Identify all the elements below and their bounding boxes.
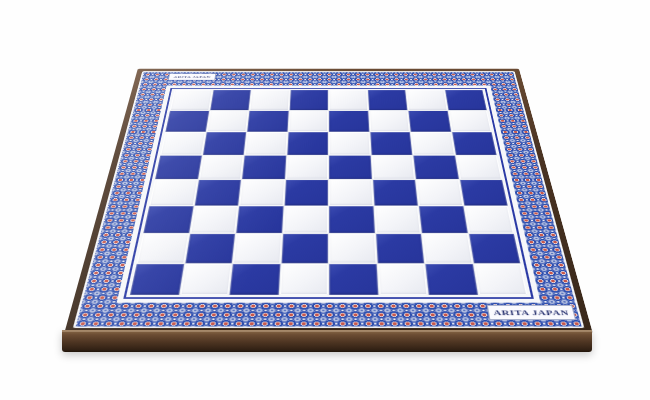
- square-a5[interactable]: [155, 155, 201, 179]
- square-a3[interactable]: [143, 205, 193, 232]
- square-d5[interactable]: [285, 155, 327, 179]
- square-a4[interactable]: [149, 179, 197, 204]
- square-e6[interactable]: [328, 132, 369, 154]
- square-f3[interactable]: [373, 205, 420, 232]
- square-h2[interactable]: [468, 233, 520, 262]
- square-b3[interactable]: [189, 205, 237, 232]
- square-d3[interactable]: [282, 205, 327, 232]
- square-c8[interactable]: [249, 90, 289, 110]
- square-e5[interactable]: [328, 155, 370, 179]
- square-f2[interactable]: [375, 233, 424, 262]
- square-c1[interactable]: [229, 263, 279, 294]
- square-a8[interactable]: [170, 90, 212, 110]
- square-b2[interactable]: [184, 233, 234, 262]
- square-e3[interactable]: [329, 205, 374, 232]
- square-f8[interactable]: [367, 90, 407, 110]
- square-e7[interactable]: [328, 110, 368, 131]
- square-f4[interactable]: [372, 179, 417, 204]
- square-c2[interactable]: [232, 233, 281, 262]
- square-a1[interactable]: [129, 263, 183, 294]
- square-g3[interactable]: [418, 205, 466, 232]
- square-c6[interactable]: [244, 132, 286, 154]
- square-c5[interactable]: [242, 155, 286, 179]
- square-d8[interactable]: [289, 90, 328, 110]
- square-h3[interactable]: [463, 205, 513, 232]
- square-c3[interactable]: [236, 205, 283, 232]
- square-f7[interactable]: [368, 110, 409, 131]
- square-g2[interactable]: [421, 233, 471, 262]
- maker-label-top: ARITA JAPAN: [167, 73, 215, 80]
- square-b6[interactable]: [202, 132, 246, 154]
- square-c4[interactable]: [239, 179, 284, 204]
- board-grid: [129, 90, 526, 295]
- square-b8[interactable]: [209, 90, 250, 110]
- square-d6[interactable]: [286, 132, 327, 154]
- square-h8[interactable]: [444, 90, 486, 110]
- square-f5[interactable]: [371, 155, 415, 179]
- square-h5[interactable]: [455, 155, 501, 179]
- square-e8[interactable]: [328, 90, 367, 110]
- square-d2[interactable]: [280, 233, 327, 262]
- square-a7[interactable]: [165, 110, 208, 131]
- square-h7[interactable]: [448, 110, 491, 131]
- square-h6[interactable]: [451, 132, 496, 154]
- maker-label-bottom: ARITA JAPAN: [486, 304, 576, 319]
- square-d4[interactable]: [284, 179, 328, 204]
- square-a2[interactable]: [136, 233, 188, 262]
- square-e4[interactable]: [329, 179, 373, 204]
- square-b7[interactable]: [206, 110, 248, 131]
- square-g4[interactable]: [416, 179, 463, 204]
- square-d7[interactable]: [288, 110, 328, 131]
- wood-frame-front-edge: [62, 330, 592, 352]
- board-photo: ARITA JAPAN ARITA JAPAN: [0, 0, 650, 400]
- square-e1[interactable]: [329, 263, 378, 294]
- chessboard-3d: ARITA JAPAN ARITA JAPAN: [64, 68, 593, 332]
- wood-frame-top: ARITA JAPAN ARITA JAPAN: [64, 68, 593, 332]
- square-g5[interactable]: [413, 155, 458, 179]
- square-a6[interactable]: [160, 132, 205, 154]
- square-b1[interactable]: [179, 263, 231, 294]
- square-f6[interactable]: [369, 132, 411, 154]
- square-h1[interactable]: [473, 263, 527, 294]
- square-e2[interactable]: [329, 233, 376, 262]
- square-g8[interactable]: [406, 90, 447, 110]
- square-h4[interactable]: [459, 179, 507, 204]
- square-d1[interactable]: [279, 263, 328, 294]
- square-f1[interactable]: [377, 263, 427, 294]
- square-g7[interactable]: [408, 110, 450, 131]
- square-g6[interactable]: [410, 132, 454, 154]
- square-b4[interactable]: [194, 179, 241, 204]
- square-c7[interactable]: [247, 110, 288, 131]
- square-b5[interactable]: [198, 155, 243, 179]
- square-g1[interactable]: [425, 263, 477, 294]
